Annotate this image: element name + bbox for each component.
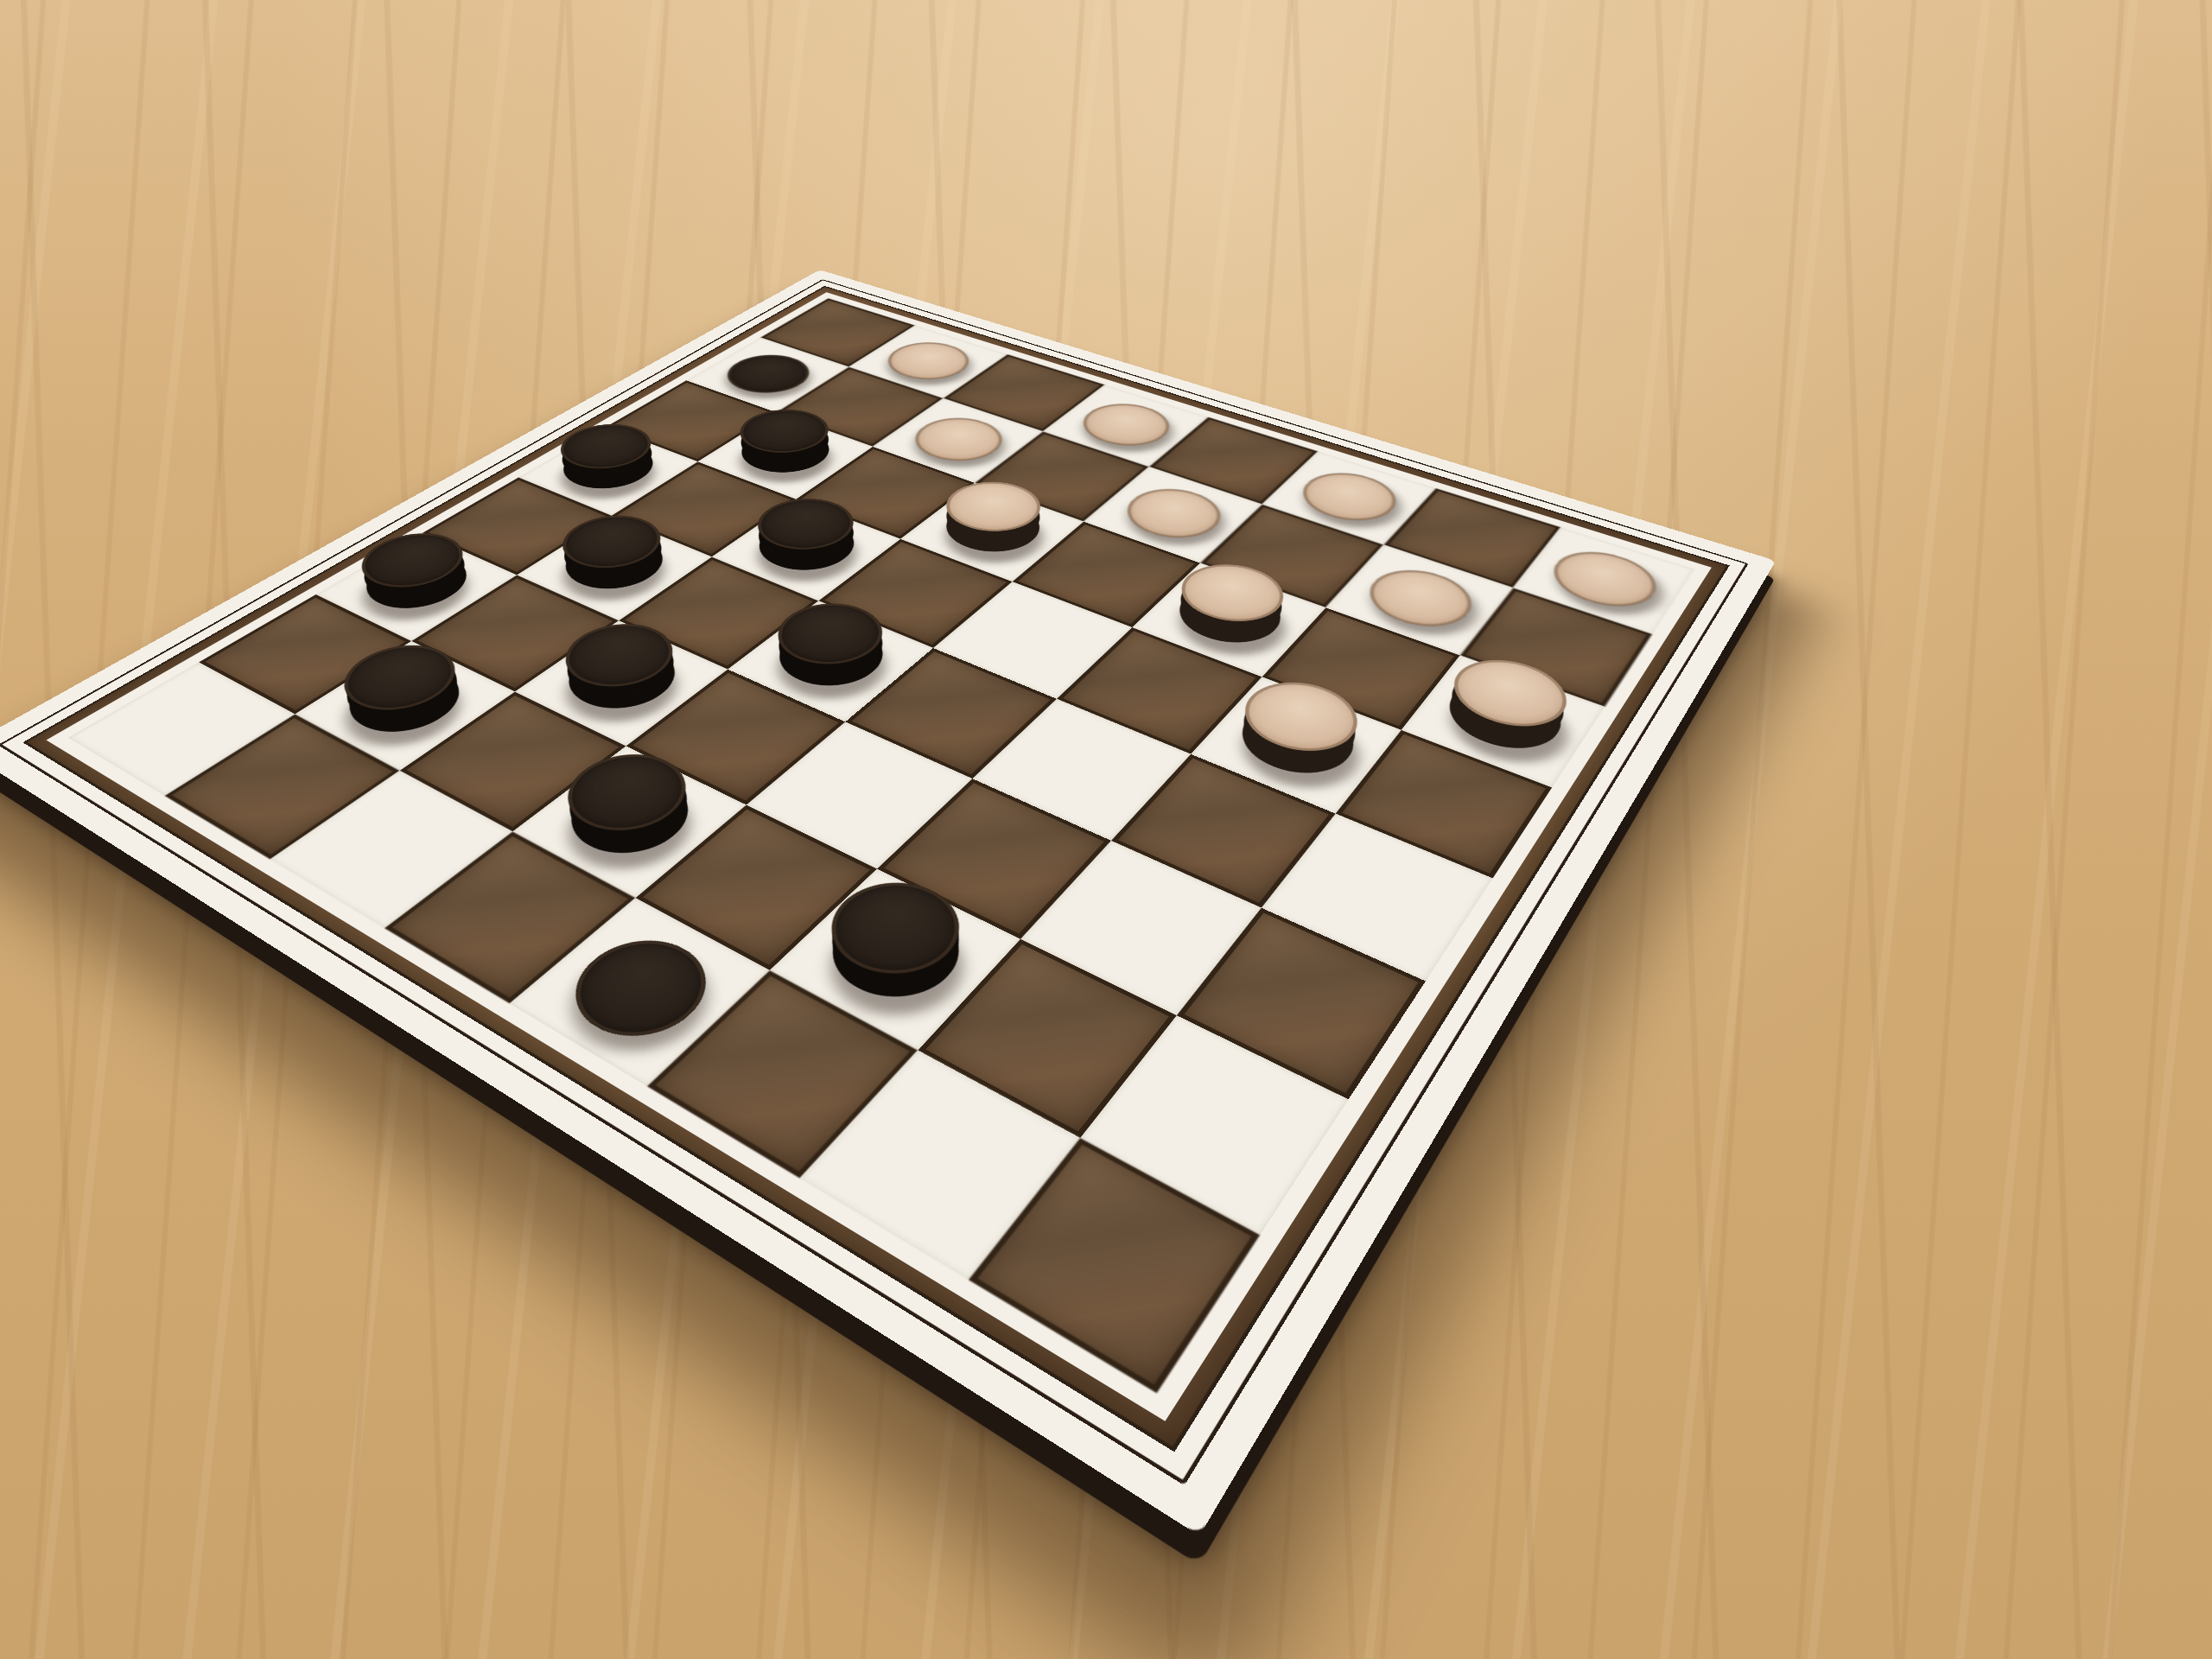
board-brown-border-band	[22, 286, 1729, 1452]
checker-top	[1547, 518, 1675, 592]
checkers-board	[0, 270, 1776, 1535]
board-white-margin	[6, 282, 1742, 1474]
board-outer-pinstripe	[0, 279, 1749, 1485]
board-square-r0c6[interactable]	[1383, 488, 1560, 588]
board-square-r7c0[interactable]	[68, 662, 296, 796]
